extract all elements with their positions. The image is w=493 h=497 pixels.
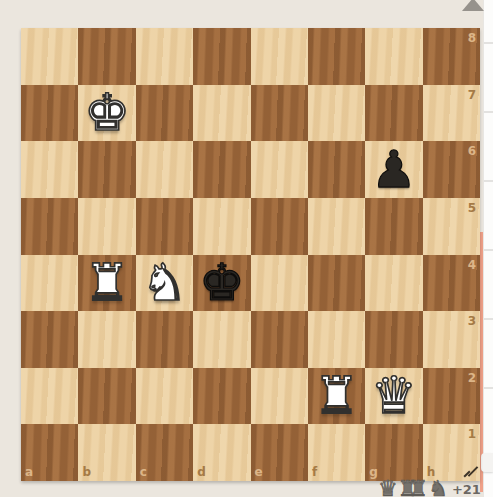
square-g1[interactable]: g [365,424,422,481]
rank-label-5: 5 [468,202,476,214]
square-c4[interactable]: ♞ [136,255,193,312]
captured-queen-icon: ♛ [378,478,398,497]
square-e2[interactable] [251,368,308,425]
square-a2[interactable] [21,368,78,425]
square-e8[interactable] [251,28,308,85]
square-g6[interactable]: ♟ [365,141,422,198]
square-d8[interactable] [193,28,250,85]
captured-knight-icon: ♞ [428,478,448,497]
rank-label-4: 4 [468,259,476,271]
square-c8[interactable] [136,28,193,85]
square-c7[interactable] [136,85,193,142]
square-g5[interactable] [365,198,422,255]
square-f6[interactable] [308,141,365,198]
square-h3[interactable]: 3 [423,311,480,368]
square-f8[interactable] [308,28,365,85]
captured-rook-pair-icon: ♜♜ [398,478,419,497]
rank-label-3: 3 [468,315,476,327]
square-a5[interactable] [21,198,78,255]
square-g3[interactable] [365,311,422,368]
file-label-a: a [25,466,33,478]
square-g4[interactable] [365,255,422,312]
square-d1[interactable]: d [193,424,250,481]
rank-label-7: 7 [468,89,476,101]
file-label-d: d [197,466,206,478]
square-f3[interactable] [308,311,365,368]
file-label-b: b [82,466,91,478]
rank-label-6: 6 [468,145,476,157]
square-b5[interactable] [78,198,135,255]
square-b1[interactable]: b [78,424,135,481]
square-e7[interactable] [251,85,308,142]
square-h7[interactable]: 7 [423,85,480,142]
square-e6[interactable] [251,141,308,198]
square-f7[interactable] [308,85,365,142]
square-b3[interactable] [78,311,135,368]
panel-tab [481,453,493,472]
square-b8[interactable] [78,28,135,85]
square-d7[interactable] [193,85,250,142]
square-d5[interactable] [193,198,250,255]
square-a3[interactable] [21,311,78,368]
square-c5[interactable] [136,198,193,255]
chess-board[interactable]: 8♚7♟65♜♞♚43♜♛2abcdefgh1 [21,28,480,481]
square-g7[interactable] [365,85,422,142]
file-label-f: f [312,466,317,478]
rank-label-8: 8 [468,32,476,44]
square-h4[interactable]: 4 [423,255,480,312]
square-f1[interactable]: f [308,424,365,481]
square-a1[interactable]: a [21,424,78,481]
app-window: 8♚7♟65♜♞♚43♜♛2abcdefgh1 ♛♜♜♞ +21 [0,0,493,497]
square-e3[interactable] [251,311,308,368]
piece-black-pawn-g6[interactable]: ♟ [371,142,417,198]
rank-label-2: 2 [468,372,476,384]
square-h8[interactable]: 8 [423,28,480,85]
square-e4[interactable] [251,255,308,312]
square-g2[interactable]: ♛ [365,368,422,425]
square-c2[interactable] [136,368,193,425]
square-h1[interactable]: h1 [423,424,480,481]
piece-white-queen-g2[interactable]: ♛ [371,368,417,424]
material-advantage-label: +21 [452,482,481,497]
square-e5[interactable] [251,198,308,255]
square-g8[interactable] [365,28,422,85]
piece-white-rook-b4[interactable]: ♜ [84,255,130,311]
file-label-c: c [140,466,147,478]
file-label-e: e [255,466,263,478]
square-d4[interactable]: ♚ [193,255,250,312]
square-d6[interactable] [193,141,250,198]
square-a4[interactable] [21,255,78,312]
square-f4[interactable] [308,255,365,312]
file-label-g: g [369,466,378,478]
square-c6[interactable] [136,141,193,198]
square-f2[interactable]: ♜ [308,368,365,425]
square-f5[interactable] [308,198,365,255]
side-panel [483,0,493,497]
square-h2[interactable]: 2 [423,368,480,425]
piece-silhouette-icon [462,0,484,11]
square-h6[interactable]: 6 [423,141,480,198]
square-b4[interactable]: ♜ [78,255,135,312]
square-d2[interactable] [193,368,250,425]
square-d3[interactable] [193,311,250,368]
square-b6[interactable] [78,141,135,198]
piece-white-knight-c4[interactable]: ♞ [142,255,188,311]
rank-label-1: 1 [468,428,476,440]
square-a7[interactable] [21,85,78,142]
square-a6[interactable] [21,141,78,198]
piece-white-king-b7[interactable]: ♚ [84,85,130,141]
square-b7[interactable]: ♚ [78,85,135,142]
square-b2[interactable] [78,368,135,425]
square-e1[interactable]: e [251,424,308,481]
square-a8[interactable] [21,28,78,85]
piece-black-king-d4[interactable]: ♚ [199,255,245,311]
square-h5[interactable]: 5 [423,198,480,255]
square-c3[interactable] [136,311,193,368]
material-advantage-bar: ♛♜♜♞ +21 [378,478,481,497]
board-resize-handle-icon[interactable] [461,464,477,478]
square-c1[interactable]: c [136,424,193,481]
piece-white-rook-f2[interactable]: ♜ [314,368,360,424]
